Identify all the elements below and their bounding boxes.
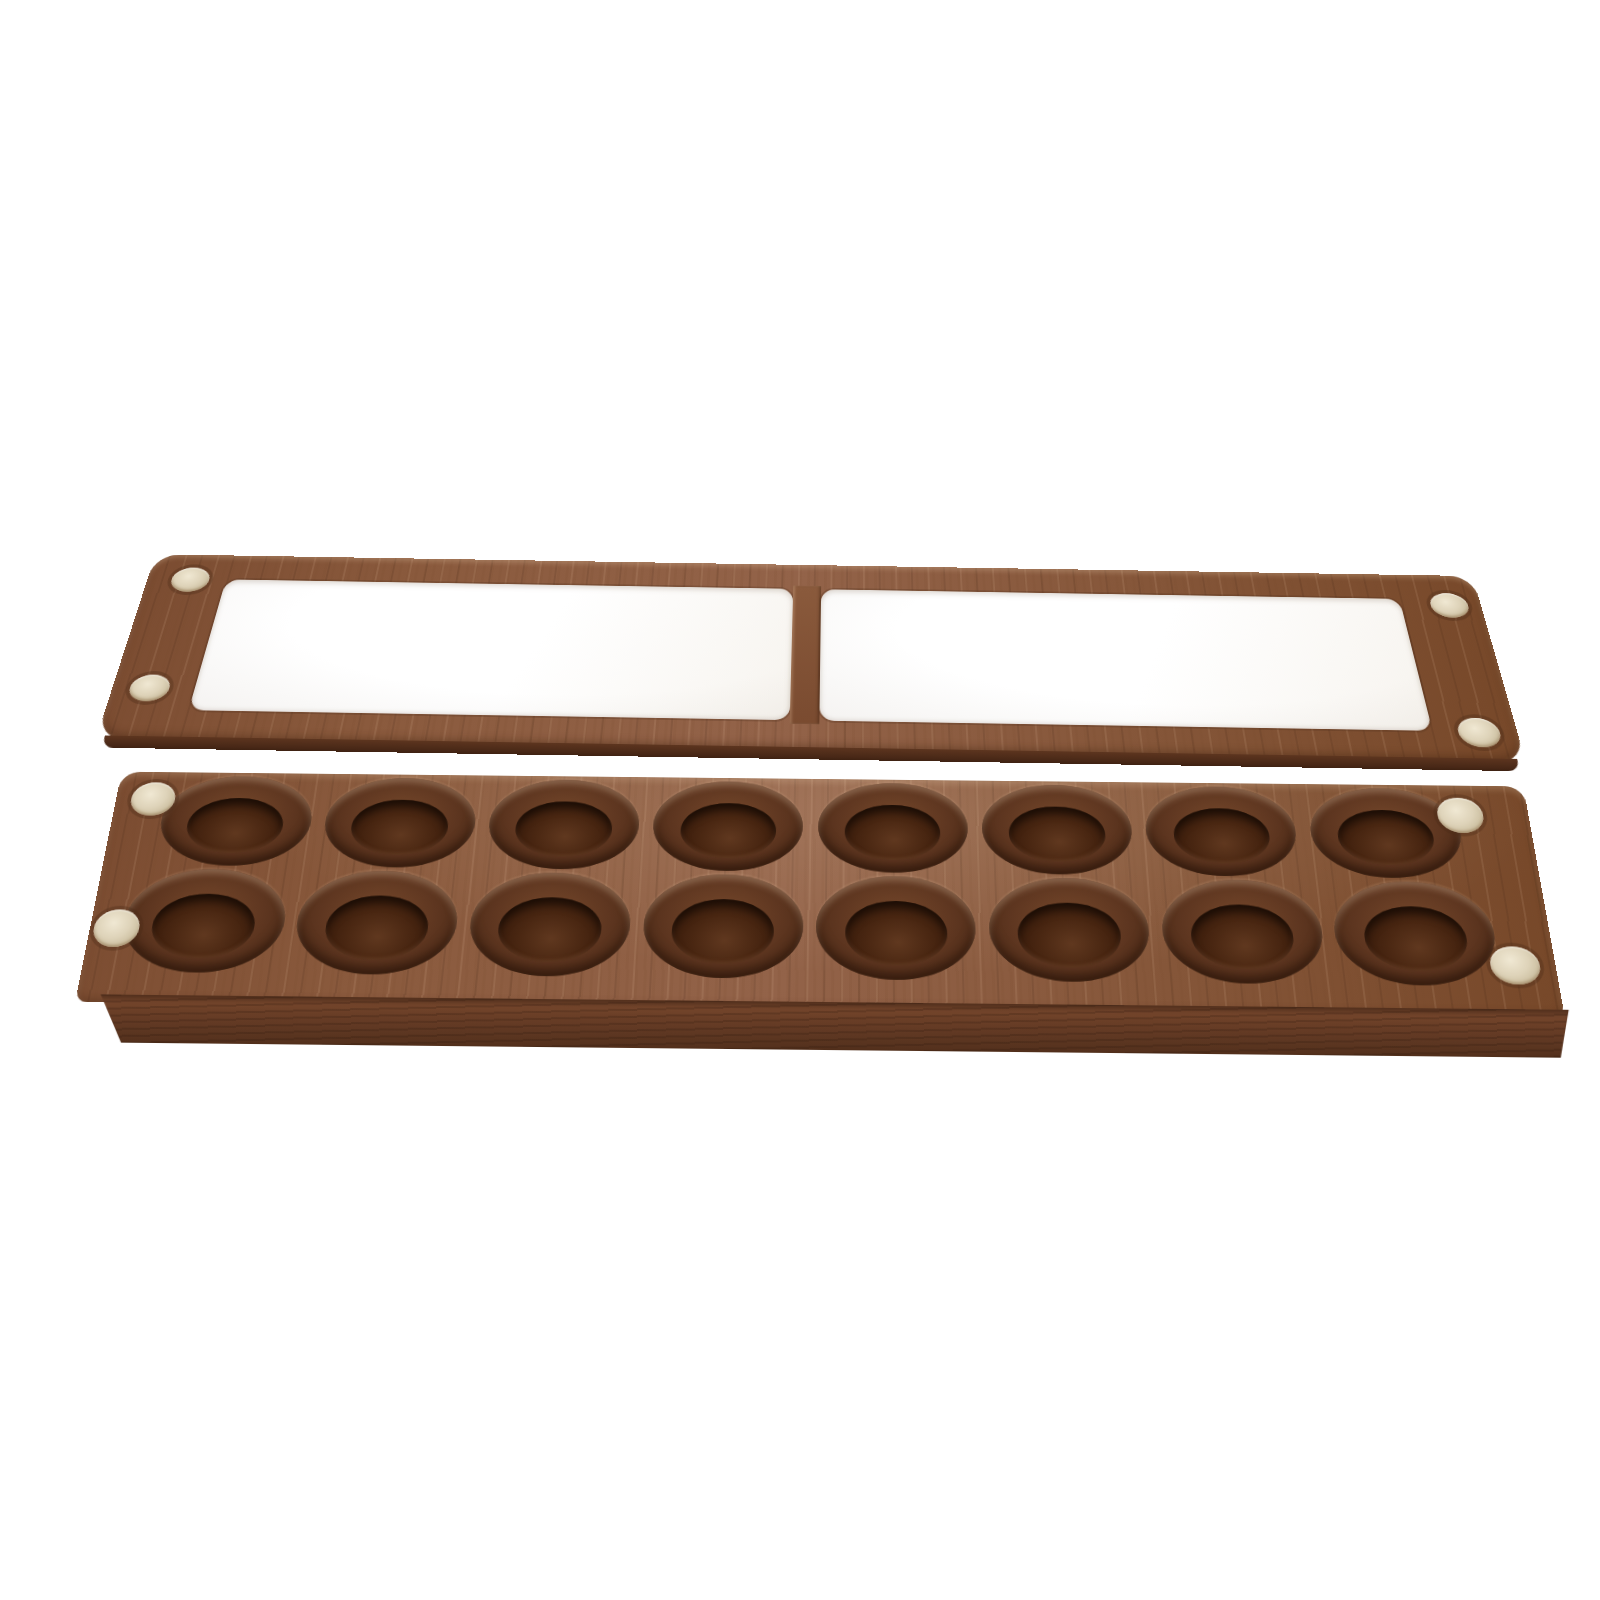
pit-bowl: [348, 799, 451, 855]
pit-bowl: [182, 797, 287, 853]
board-magnet-bottom-right: [1487, 946, 1543, 985]
pit-r1-c3[interactable]: [485, 779, 642, 870]
pit-r1-c1[interactable]: [153, 775, 318, 866]
pit-r2-c3[interactable]: [465, 871, 633, 976]
pit-bowl: [496, 897, 603, 962]
lid-front-edge: [101, 735, 1520, 771]
lid-panel-right: [819, 589, 1432, 731]
pit-bowl: [146, 893, 259, 958]
pit-bowl: [679, 803, 777, 860]
pit-bowl: [1017, 902, 1123, 968]
pit-bowl: [1189, 904, 1298, 970]
lid-magnet-top-left: [168, 567, 213, 592]
lid-magnet-bottom-left: [126, 674, 173, 701]
pit-r2-c4[interactable]: [640, 873, 803, 978]
pit-r1-c6[interactable]: [981, 784, 1135, 875]
lid-magnet-top-right: [1428, 593, 1472, 618]
pit-r2-c5[interactable]: [816, 875, 978, 980]
pit-bowl: [1360, 906, 1472, 972]
pit-r2-c8[interactable]: [1329, 880, 1504, 985]
pit-r1-c5[interactable]: [817, 782, 968, 873]
pit-bowl: [1334, 809, 1438, 866]
pit-r2-c2[interactable]: [290, 870, 463, 975]
lid-panel-left: [189, 579, 794, 720]
pit-bowl: [670, 899, 775, 964]
pit-r1-c4[interactable]: [651, 780, 804, 871]
pit-r2-c7[interactable]: [1158, 879, 1328, 984]
pit-r1-c2[interactable]: [319, 777, 480, 868]
pit-bowl: [845, 901, 948, 966]
lid-frame: [96, 554, 1526, 762]
pit-bowl: [513, 801, 613, 858]
pit-r1-c7[interactable]: [1143, 785, 1301, 876]
lid-magnet-bottom-right: [1455, 718, 1504, 748]
pit-bowl: [1008, 806, 1107, 863]
pit-bowl: [845, 804, 942, 861]
pit-r2-c1[interactable]: [115, 868, 292, 973]
board-top: [75, 772, 1565, 1018]
pit-bowl: [1171, 808, 1272, 865]
product-photo-scene: [0, 0, 1600, 1600]
lid-center-divider: [790, 586, 821, 725]
pit-bowl: [321, 895, 431, 960]
pit-r2-c6[interactable]: [987, 877, 1152, 982]
